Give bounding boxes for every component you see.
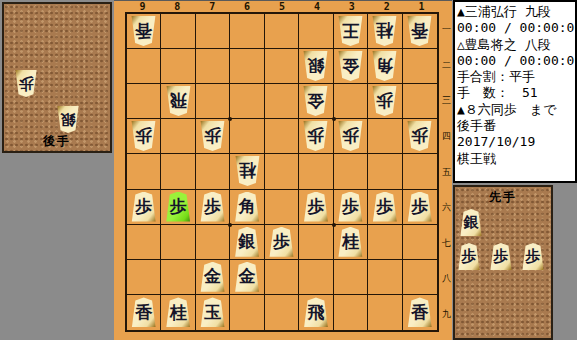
piece-sente-rook: 飛 [302, 297, 329, 327]
piece-sente-pawn: 歩 [302, 192, 329, 222]
handicap-line: 手合割：平手 [457, 69, 575, 85]
square-71 [196, 14, 230, 49]
square-15 [403, 154, 437, 189]
piece-sente-pawn: 歩 [521, 243, 545, 270]
square-59 [265, 295, 299, 330]
square-11: 香 [403, 14, 437, 49]
square-65: 桂 [230, 154, 264, 189]
tournament-name: 棋王戦 [457, 151, 575, 167]
square-81 [161, 14, 195, 49]
square-25 [368, 154, 402, 189]
file-label-1: 1 [404, 1, 439, 12]
gote-tray-label: 後手 [4, 133, 110, 150]
square-32: 金 [334, 49, 368, 84]
rank-label-1: 一 [441, 12, 452, 48]
piece-gote-pawn: 歩 [406, 121, 433, 151]
gote-player-name: △豊島将之 八段 [457, 37, 575, 53]
square-85 [161, 154, 195, 189]
piece-gote-knight: 桂 [371, 16, 398, 46]
piece-gote-knight: 桂 [234, 156, 261, 186]
piece-gote-pawn: 歩 [199, 121, 226, 151]
rank-label-4: 四 [441, 119, 452, 155]
square-66: 角 [230, 190, 264, 225]
square-26: 歩 [368, 190, 402, 225]
piece-gote-silver: 銀 [56, 106, 80, 133]
gote-captured-tray: 歩銀 後手 [2, 2, 112, 153]
star-point [332, 117, 336, 121]
rank-label-6: 六 [441, 190, 452, 226]
piece-gote-lance: 香 [130, 16, 157, 46]
square-82 [161, 49, 195, 84]
game-info-panel: ▲三浦弘行 九段 00:00 / 00:00:00 △豊島将之 八段 00:00… [453, 0, 577, 183]
square-89: 桂 [161, 295, 195, 330]
square-47 [299, 225, 333, 260]
square-68: 金 [230, 260, 264, 295]
square-14: 歩 [403, 119, 437, 154]
square-49: 飛 [299, 295, 333, 330]
square-92 [127, 49, 161, 84]
square-77 [196, 225, 230, 260]
square-12 [403, 49, 437, 84]
square-61 [230, 14, 264, 49]
rank-label-3: 三 [441, 83, 452, 119]
square-67: 銀 [230, 225, 264, 260]
piece-gote-lance: 香 [406, 16, 433, 46]
piece-gote-pawn: 歩 [337, 121, 364, 151]
square-56 [265, 190, 299, 225]
piece-sente-pawn: 歩 [489, 243, 513, 270]
rank-label-7: 七 [441, 225, 452, 261]
square-97 [127, 225, 161, 260]
piece-gote-gold: 金 [302, 86, 329, 116]
file-label-8: 8 [160, 1, 195, 12]
piece-sente-pawn: 歩 [199, 192, 226, 222]
piece-sente-lance: 香 [406, 297, 433, 327]
square-79: 玉 [196, 295, 230, 330]
gote-time: 00:00 / 00:00:00 [457, 53, 575, 69]
sente-tray-label: 先手 [455, 189, 551, 206]
board-region: 987654321 香王桂香銀金角飛金歩歩歩歩歩歩桂歩歩歩角歩歩歩歩銀歩桂金金香… [114, 0, 452, 340]
shogi-kifu-viewer: 歩銀 後手 987654321 香王桂香銀金角飛金歩歩歩歩歩歩桂歩歩歩角歩歩歩歩… [0, 0, 577, 340]
file-label-4: 4 [299, 1, 334, 12]
piece-gote-rook: 飛 [165, 86, 192, 116]
square-87 [161, 225, 195, 260]
square-41 [299, 14, 333, 49]
file-label-6: 6 [230, 1, 265, 12]
rank-label-9: 九 [441, 297, 452, 333]
square-31: 王 [334, 14, 368, 49]
piece-sente-pawn: 歩 [268, 227, 295, 257]
square-17 [403, 225, 437, 260]
piece-sente-silver: 銀 [234, 227, 261, 257]
piece-sente-lance: 香 [130, 297, 157, 327]
turn-indicator: 後手番 [457, 118, 575, 134]
square-13 [403, 84, 437, 119]
square-16: 歩 [403, 190, 437, 225]
square-39 [334, 295, 368, 330]
move-count-line: 手 数： 51 [457, 85, 575, 101]
square-91: 香 [127, 14, 161, 49]
rank-label-2: 二 [441, 48, 452, 84]
square-83: 飛 [161, 84, 195, 119]
piece-gote-pawn: 歩 [14, 70, 38, 97]
square-46: 歩 [299, 190, 333, 225]
piece-gote-king: 王 [337, 16, 364, 46]
piece-sente-knight: 桂 [337, 227, 364, 257]
square-22: 角 [368, 49, 402, 84]
file-labels: 987654321 [125, 1, 439, 12]
piece-gote-gold: 金 [337, 51, 364, 81]
last-move-line: ▲８六同歩 まで [457, 102, 575, 118]
sente-time: 00:00 / 00:00:00 [457, 20, 575, 36]
square-78: 金 [196, 260, 230, 295]
square-21: 桂 [368, 14, 402, 49]
square-34: 歩 [334, 119, 368, 154]
game-date: 2017/10/19 [457, 134, 575, 150]
rank-label-5: 五 [441, 154, 452, 190]
piece-sente-gold: 金 [234, 262, 261, 292]
square-86: 歩 [161, 190, 195, 225]
square-23: 歩 [368, 84, 402, 119]
square-52 [265, 49, 299, 84]
piece-sente-pawn: 歩 [130, 192, 157, 222]
star-point [332, 223, 336, 227]
piece-sente-pawn: 歩 [337, 192, 364, 222]
square-43: 金 [299, 84, 333, 119]
square-42: 銀 [299, 49, 333, 84]
piece-sente-bishop: 角 [234, 192, 261, 222]
square-19: 香 [403, 295, 437, 330]
piece-gote-pawn: 歩 [302, 121, 329, 151]
shogi-board: 香王桂香銀金角飛金歩歩歩歩歩歩桂歩歩歩角歩歩歩歩銀歩桂金金香桂玉飛香 [125, 12, 439, 332]
square-72 [196, 49, 230, 84]
square-84 [161, 119, 195, 154]
square-27 [368, 225, 402, 260]
piece-gote-pawn: 歩 [371, 86, 398, 116]
square-48 [299, 260, 333, 295]
piece-sente-pawn: 歩 [457, 243, 481, 270]
piece-sente-knight: 桂 [165, 297, 192, 327]
piece-sente-gold: 金 [199, 262, 226, 292]
square-94: 歩 [127, 119, 161, 154]
rank-labels: 一二三四五六七八九 [441, 12, 452, 332]
file-label-7: 7 [195, 1, 230, 12]
sente-player-name: ▲三浦弘行 九段 [457, 4, 575, 20]
square-95 [127, 154, 161, 189]
square-75 [196, 154, 230, 189]
piece-sente-pawn: 歩 [406, 192, 433, 222]
square-73 [196, 84, 230, 119]
square-63 [230, 84, 264, 119]
square-51 [265, 14, 299, 49]
square-62 [230, 49, 264, 84]
square-69 [230, 295, 264, 330]
square-55 [265, 154, 299, 189]
square-54 [265, 119, 299, 154]
square-96: 歩 [127, 190, 161, 225]
square-35 [334, 154, 368, 189]
piece-gote-silver: 銀 [302, 51, 329, 81]
square-38 [334, 260, 368, 295]
star-point [228, 223, 232, 227]
piece-sente-king: 玉 [199, 297, 226, 327]
square-33 [334, 84, 368, 119]
square-64 [230, 119, 264, 154]
square-24 [368, 119, 402, 154]
piece-sente-pawn: 歩 [371, 192, 398, 222]
square-76: 歩 [196, 190, 230, 225]
file-label-3: 3 [334, 1, 369, 12]
file-label-9: 9 [125, 1, 160, 12]
square-58 [265, 260, 299, 295]
square-29 [368, 295, 402, 330]
square-99: 香 [127, 295, 161, 330]
piece-sente-pawn: 歩 [165, 192, 192, 222]
square-36: 歩 [334, 190, 368, 225]
square-88 [161, 260, 195, 295]
rank-label-8: 八 [441, 261, 452, 297]
square-98 [127, 260, 161, 295]
piece-gote-bishop: 角 [371, 51, 398, 81]
star-point [228, 117, 232, 121]
square-28 [368, 260, 402, 295]
square-53 [265, 84, 299, 119]
square-74: 歩 [196, 119, 230, 154]
square-93 [127, 84, 161, 119]
square-18 [403, 260, 437, 295]
square-57: 歩 [265, 225, 299, 260]
piece-sente-silver: 銀 [459, 209, 483, 236]
piece-gote-pawn: 歩 [130, 121, 157, 151]
square-45 [299, 154, 333, 189]
file-label-5: 5 [265, 1, 300, 12]
square-37: 桂 [334, 225, 368, 260]
file-label-2: 2 [369, 1, 404, 12]
square-44: 歩 [299, 119, 333, 154]
sente-captured-tray: 先手 銀歩歩歩 [453, 185, 553, 340]
